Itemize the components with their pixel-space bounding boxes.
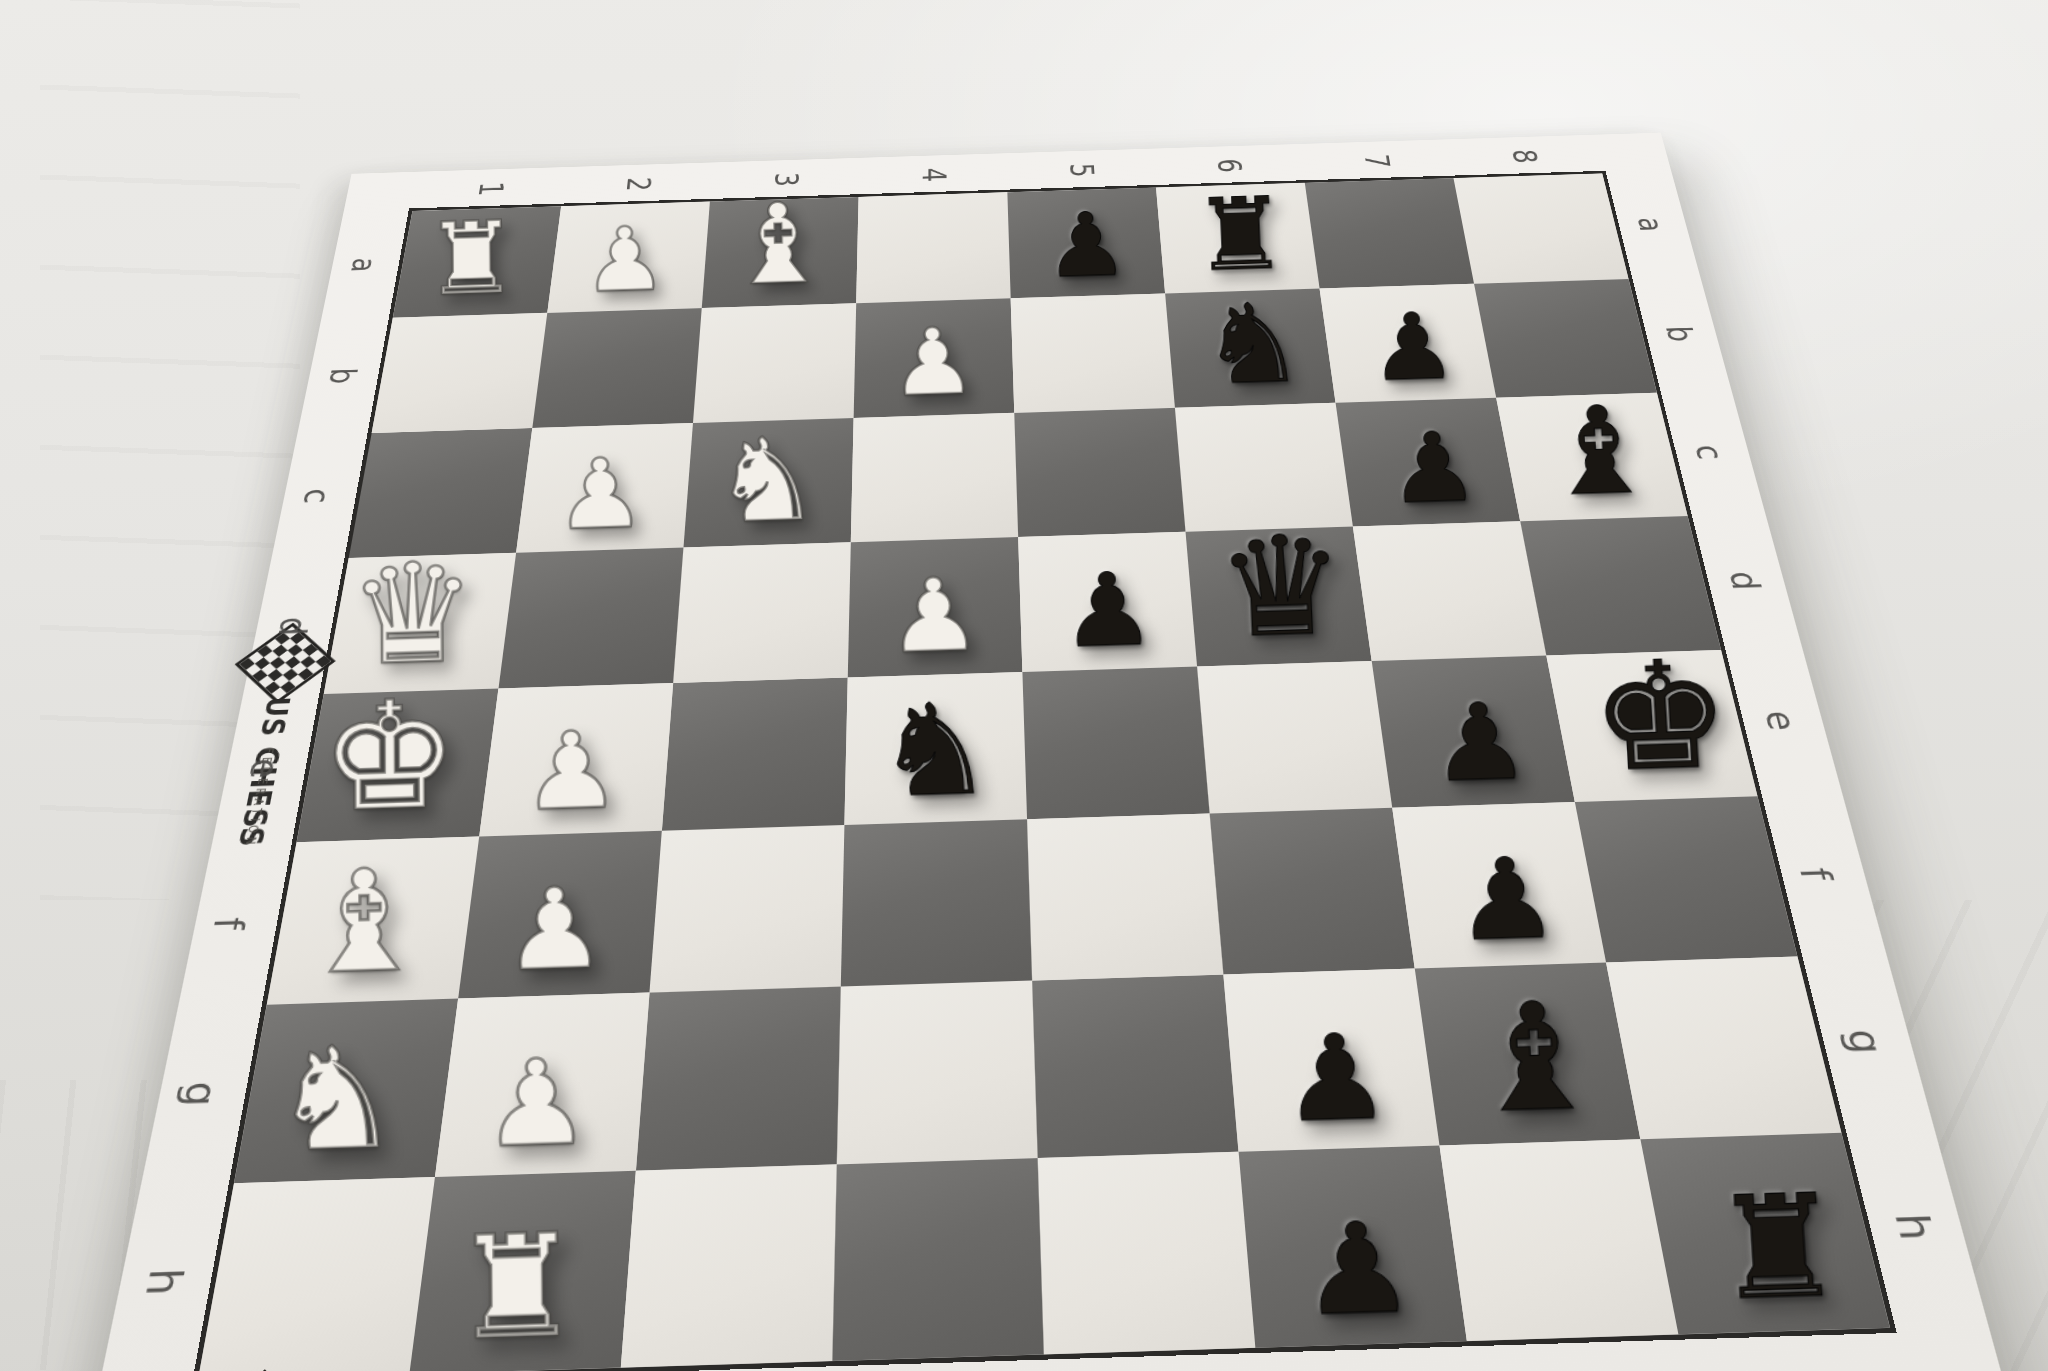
rank-label-top-2: 2 [619,176,659,191]
square-c2: ♟ [516,422,693,552]
square-f6 [1210,807,1415,974]
piece-black-bishop-c8: ♝ [1539,388,1659,512]
square-a4 [856,192,1010,303]
piece-white-pawn-a2: ♟ [582,214,667,304]
square-e7: ♟ [1372,655,1575,807]
piece-black-pawn-h6: ♟ [1297,1205,1417,1334]
file-label-right-f: f [1790,866,1841,880]
piece-black-pawn-e7: ♟ [1427,688,1531,797]
square-f7: ♟ [1392,802,1606,969]
square-f3 [649,824,844,992]
square-a1: ♜ [393,206,561,317]
vinyl-board-mat: ♜♟♝♟♜♟♞♟♟♞♟♝♛♟♟♛♚♟♞♟♚♝♟♟♞♟♟♝♜♟♜ US CHESS… [49,132,2048,1371]
logo-text: US CHESS [247,696,296,764]
file-label-right-g: g [1837,1028,1894,1054]
square-f2: ♟ [458,830,662,998]
chess-board: ♜♟♝♟♜♟♞♟♟♞♟♝♛♟♟♛♚♟♞♟♚♝♟♟♞♟♟♝♜♟♜ [198,173,1890,1371]
piece-black-pawn-f7: ♟ [1451,842,1560,957]
square-h5 [1038,1151,1256,1354]
piece-white-pawn-g2: ♟ [481,1042,591,1164]
file-label-left-h: h [135,1266,194,1295]
square-e3 [662,677,848,830]
square-b6: ♞ [1165,288,1335,407]
square-a2: ♟ [547,201,710,312]
piece-black-rook-a6: ♜ [1190,184,1288,286]
rank-label-top-5: 5 [1062,162,1101,177]
square-g8 [1606,956,1841,1139]
square-g1: ♞ [234,998,458,1183]
piece-black-rook-h8: ♜ [1709,1175,1847,1320]
square-b5 [1011,293,1175,412]
file-label-right-e: e [1755,709,1806,730]
square-h8: ♜ [1640,1132,1889,1334]
square-d7 [1353,521,1546,661]
piece-white-pawn-f2: ♟ [502,872,607,987]
square-g4 [837,980,1038,1164]
square-g7: ♝ [1415,962,1641,1145]
square-h7 [1439,1139,1678,1341]
square-d3 [673,542,851,683]
square-c7: ♟ [1336,397,1521,526]
square-b1 [372,312,548,432]
square-h3 [621,1164,837,1367]
piece-black-bishop-g7: ♝ [1462,981,1606,1133]
square-e8: ♚ [1546,650,1757,802]
rank-label-top-7: 7 [1356,153,1396,168]
square-c5 [1014,407,1185,536]
square-a6: ♜ [1156,182,1320,293]
square-c8: ♝ [1496,392,1687,521]
rank-label-top-6: 6 [1209,158,1249,173]
piece-black-knight-b6: ♞ [1198,287,1306,399]
square-e6 [1197,661,1392,814]
piece-white-bishop-a3: ♝ [725,187,832,300]
piece-black-pawn-c7: ♟ [1385,418,1480,517]
square-e5 [1022,666,1209,819]
square-g3 [636,986,841,1170]
piece-white-bishop-f1: ♝ [299,849,429,993]
file-label-left-b: b [321,366,365,383]
square-c3: ♞ [683,417,853,547]
file-label-left-a: a [343,256,385,272]
file-label-right-h: h [1884,1211,1944,1240]
piece-white-pawn-e2: ♟ [521,716,621,825]
piece-black-king-e8: ♚ [1586,639,1733,792]
square-f4 [841,819,1032,986]
square-b4: ♟ [854,298,1015,418]
piece-black-pawn-d5: ♟ [1059,558,1157,662]
rank-label-top-8: 8 [1504,148,1545,163]
piece-white-pawn-b4: ♟ [888,315,978,409]
piece-white-knight-c3: ♞ [711,421,821,539]
square-h1 [198,1177,435,1371]
square-h6: ♟ [1239,1145,1467,1347]
square-g2: ♟ [435,992,650,1176]
square-d4: ♟ [848,537,1023,677]
piece-black-pawn-g6: ♟ [1278,1017,1392,1138]
file-label-right-a: a [1629,216,1672,231]
square-b2 [532,307,701,427]
square-g6: ♟ [1223,968,1439,1151]
piece-white-pawn-d4: ♟ [885,564,982,668]
square-e4: ♞ [844,671,1027,824]
piece-black-pawn-a5: ♟ [1043,200,1130,290]
square-g5 [1032,974,1238,1158]
square-f8 [1575,796,1798,962]
square-d2 [498,547,683,688]
logo-text-federation: FEDERATION [248,747,274,817]
square-a5: ♟ [1007,187,1165,298]
square-h4 [832,1158,1044,1361]
piece-black-queen-d6: ♛ [1214,516,1348,657]
file-label-right-b: b [1657,324,1702,341]
piece-white-queen-d1: ♛ [348,543,477,684]
piece-white-rook-a1: ♜ [423,208,518,310]
photo-canvas: ♜♟♝♟♜♟♞♟♟♞♟♝♛♟♟♛♚♟♞♟♚♝♟♟♞♟♟♝♜♟♜ US CHESS… [0,0,2048,1371]
piece-black-knight-e4: ♞ [874,684,995,814]
file-label-left-f: f [204,916,255,930]
file-label-right-d: d [1720,570,1769,590]
square-d5: ♟ [1018,531,1197,671]
square-f1: ♝ [267,836,479,1004]
piece-black-pawn-b7: ♟ [1367,300,1458,394]
square-h2: ♜ [409,1170,636,1371]
piece-white-knight-g1: ♞ [271,1026,401,1171]
rank-label-top-4: 4 [915,167,953,182]
scene: ♜♟♝♟♜♟♞♟♟♞♟♝♛♟♟♛♚♟♞♟♚♝♟♟♞♟♟♝♜♟♜ US CHESS… [0,0,2048,1371]
rank-label-top-1: 1 [470,181,510,196]
file-label-right-c: c [1686,443,1732,459]
square-e2: ♟ [479,682,673,836]
square-b3 [693,303,856,423]
square-b7: ♟ [1320,283,1497,402]
square-e1: ♚ [297,688,499,842]
square-c4 [851,412,1018,541]
square-a7 [1305,178,1474,288]
square-a8 [1453,173,1628,283]
square-d6: ♛ [1186,526,1372,666]
square-a3: ♝ [702,196,859,307]
piece-white-rook-h2: ♜ [451,1215,581,1360]
piece-white-pawn-c2: ♟ [554,444,646,543]
file-label-left-g: g [173,1080,228,1106]
file-label-left-c: c [295,487,340,503]
square-f5 [1027,813,1223,980]
piece-white-king-e1: ♚ [320,679,459,832]
